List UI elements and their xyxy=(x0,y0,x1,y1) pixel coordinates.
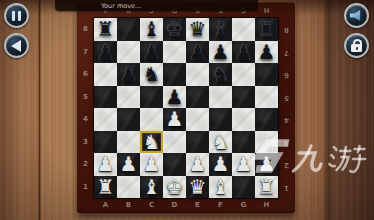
chess-board: ABCDEFGH ABCDEFGH 87654321 87654321 ♜♝♚♛… xyxy=(77,2,295,213)
piece-white-pawn-c2: ♟ xyxy=(143,153,161,175)
watermark-text xyxy=(289,142,374,178)
rank-label-8: 8 xyxy=(77,18,94,41)
square-e4[interactable] xyxy=(186,108,209,131)
piece-black-pawn-h7: ♟ xyxy=(258,41,276,63)
file-label-A: A xyxy=(94,198,117,212)
file-label-D: D xyxy=(163,198,186,212)
square-d7[interactable] xyxy=(163,41,186,64)
square-h6[interactable] xyxy=(255,63,278,86)
square-d1[interactable]: ♚ xyxy=(163,176,186,199)
square-c6[interactable]: ♞ xyxy=(140,63,163,86)
square-a5[interactable] xyxy=(94,86,117,109)
rank-label-5: 5 xyxy=(278,86,295,109)
board-squares: ♜♝♚♛♝♜♟♟♟♟♟♟♟♞♞♟♟♞♞♟♟♟♟♟♟♟♜♝♚♛♝♜ xyxy=(94,18,278,198)
rank-label-6: 6 xyxy=(278,63,295,86)
square-h5[interactable] xyxy=(255,86,278,109)
piece-black-bishop-f8: ♝ xyxy=(212,18,230,40)
lock-button[interactable] xyxy=(344,33,369,58)
square-c5[interactable] xyxy=(140,86,163,109)
file-label-F: F xyxy=(209,198,232,212)
square-c2[interactable]: ♟ xyxy=(140,153,163,176)
square-f4[interactable] xyxy=(209,108,232,131)
square-d8[interactable]: ♚ xyxy=(163,18,186,41)
square-e8[interactable]: ♛ xyxy=(186,18,209,41)
speaker-icon xyxy=(350,10,363,21)
rank-label-3: 3 xyxy=(77,131,94,154)
rank-label-5: 5 xyxy=(77,86,94,109)
status-text: Your move... xyxy=(101,2,141,10)
square-f3[interactable]: ♞ xyxy=(209,131,232,154)
square-c4[interactable] xyxy=(140,108,163,131)
pause-icon xyxy=(12,11,21,21)
square-d6[interactable] xyxy=(163,63,186,86)
piece-black-rook-a8: ♜ xyxy=(97,18,115,40)
square-c3[interactable]: ♞ xyxy=(140,131,163,154)
rank-labels-right: 87654321 xyxy=(278,18,295,198)
piece-white-knight-f3: ♞ xyxy=(212,131,230,153)
piece-black-pawn-c7: ♟ xyxy=(143,41,161,63)
square-f6[interactable]: ♞ xyxy=(209,63,232,86)
square-b5[interactable] xyxy=(117,86,140,109)
square-g7[interactable]: ♟ xyxy=(232,41,255,64)
rank-label-1: 1 xyxy=(77,176,94,199)
piece-white-pawn-e2: ♟ xyxy=(189,153,207,175)
file-label-E: E xyxy=(186,198,209,212)
square-g1[interactable] xyxy=(232,176,255,199)
file-label-C: C xyxy=(140,198,163,212)
square-c7[interactable]: ♟ xyxy=(140,41,163,64)
square-h8[interactable]: ♜ xyxy=(255,18,278,41)
square-f2[interactable]: ♟ xyxy=(209,153,232,176)
rank-label-4: 4 xyxy=(77,108,94,131)
square-h2[interactable]: ♟ xyxy=(255,153,278,176)
file-labels-bottom: ABCDEFGH xyxy=(94,198,278,212)
piece-white-pawn-a2: ♟ xyxy=(97,153,115,175)
piece-white-queen-e1: ♛ xyxy=(189,176,207,198)
square-e5[interactable] xyxy=(186,86,209,109)
back-arrow-icon xyxy=(11,40,21,52)
square-b8[interactable] xyxy=(117,18,140,41)
back-button[interactable] xyxy=(4,33,29,58)
rank-label-7: 7 xyxy=(77,41,94,64)
piece-black-king-d8: ♚ xyxy=(166,18,184,40)
piece-white-pawn-g2: ♟ xyxy=(235,153,253,175)
square-a8[interactable]: ♜ xyxy=(94,18,117,41)
square-d3[interactable] xyxy=(163,131,186,154)
piece-white-rook-h1: ♜ xyxy=(258,176,276,198)
square-f5[interactable] xyxy=(209,86,232,109)
piece-white-pawn-h2: ♟ xyxy=(258,153,276,175)
square-a6[interactable] xyxy=(94,63,117,86)
square-f7[interactable]: ♟ xyxy=(209,41,232,64)
square-b1[interactable] xyxy=(117,176,140,199)
file-label-B: B xyxy=(117,198,140,212)
square-a1[interactable]: ♜ xyxy=(94,176,117,199)
piece-white-pawn-b2: ♟ xyxy=(120,153,138,175)
piece-white-rook-a1: ♜ xyxy=(97,176,115,198)
square-a2[interactable]: ♟ xyxy=(94,153,117,176)
rank-label-4: 4 xyxy=(278,108,295,131)
piece-black-pawn-g7: ♟ xyxy=(235,41,253,63)
rank-label-8: 8 xyxy=(278,18,295,41)
square-a4[interactable] xyxy=(94,108,117,131)
square-a3[interactable] xyxy=(94,131,117,154)
square-d5[interactable]: ♟ xyxy=(163,86,186,109)
piece-white-knight-c3: ♞ xyxy=(143,131,161,153)
rank-label-3: 3 xyxy=(278,131,295,154)
square-h7[interactable]: ♟ xyxy=(255,41,278,64)
square-e1[interactable]: ♛ xyxy=(186,176,209,199)
rank-label-1: 1 xyxy=(278,176,295,199)
square-b6[interactable]: ♟ xyxy=(117,63,140,86)
piece-white-pawn-f2: ♟ xyxy=(212,153,230,175)
piece-black-pawn-b6: ♟ xyxy=(120,63,138,85)
piece-black-bishop-c8: ♝ xyxy=(143,18,161,40)
square-b4[interactable] xyxy=(117,108,140,131)
app-screen: ABCDEFGH ABCDEFGH 87654321 87654321 ♜♝♚♛… xyxy=(0,0,374,220)
piece-black-rook-h8: ♜ xyxy=(258,18,276,40)
square-g3[interactable] xyxy=(232,131,255,154)
rank-label-2: 2 xyxy=(278,153,295,176)
square-f8[interactable]: ♝ xyxy=(209,18,232,41)
square-c1[interactable]: ♝ xyxy=(140,176,163,199)
lock-icon xyxy=(351,39,362,52)
square-d2[interactable] xyxy=(163,153,186,176)
square-f1[interactable]: ♝ xyxy=(209,176,232,199)
file-label-G: G xyxy=(232,198,255,212)
rank-label-7: 7 xyxy=(278,41,295,64)
square-g2[interactable]: ♟ xyxy=(232,153,255,176)
piece-black-pawn-a7: ♟ xyxy=(97,41,115,63)
rank-labels-left: 87654321 xyxy=(77,18,94,198)
sound-button[interactable] xyxy=(344,3,369,28)
file-label-H: H xyxy=(255,4,278,17)
pause-button[interactable] xyxy=(4,3,29,28)
square-e6[interactable] xyxy=(186,63,209,86)
square-g8[interactable] xyxy=(232,18,255,41)
square-e2[interactable]: ♟ xyxy=(186,153,209,176)
square-b3[interactable] xyxy=(117,131,140,154)
piece-black-pawn-e7: ♟ xyxy=(189,41,207,63)
piece-white-bishop-c1: ♝ xyxy=(143,176,161,198)
status-bar: Your move... xyxy=(55,0,258,11)
piece-black-queen-e8: ♛ xyxy=(189,18,207,40)
square-d4[interactable]: ♟ xyxy=(163,108,186,131)
square-b7[interactable] xyxy=(117,41,140,64)
rank-label-2: 2 xyxy=(77,153,94,176)
square-g5[interactable] xyxy=(232,86,255,109)
piece-white-pawn-d4: ♟ xyxy=(166,108,184,130)
piece-black-pawn-f7: ♟ xyxy=(212,41,230,63)
file-label-H: H xyxy=(255,198,278,212)
square-h1[interactable]: ♜ xyxy=(255,176,278,199)
piece-white-king-d1: ♚ xyxy=(166,176,184,198)
square-a7[interactable]: ♟ xyxy=(94,41,117,64)
square-g4[interactable] xyxy=(232,108,255,131)
piece-white-bishop-f1: ♝ xyxy=(212,176,230,198)
square-e7[interactable]: ♟ xyxy=(186,41,209,64)
rank-label-6: 6 xyxy=(77,63,94,86)
square-b2[interactable]: ♟ xyxy=(117,153,140,176)
piece-black-knight-c6: ♞ xyxy=(143,63,161,85)
square-e3[interactable] xyxy=(186,131,209,154)
piece-black-pawn-d5: ♟ xyxy=(166,86,184,108)
square-c8[interactable]: ♝ xyxy=(140,18,163,41)
piece-black-knight-f6: ♞ xyxy=(212,63,230,85)
square-g6[interactable] xyxy=(232,63,255,86)
square-h4[interactable] xyxy=(255,108,278,131)
square-h3[interactable] xyxy=(255,131,278,154)
